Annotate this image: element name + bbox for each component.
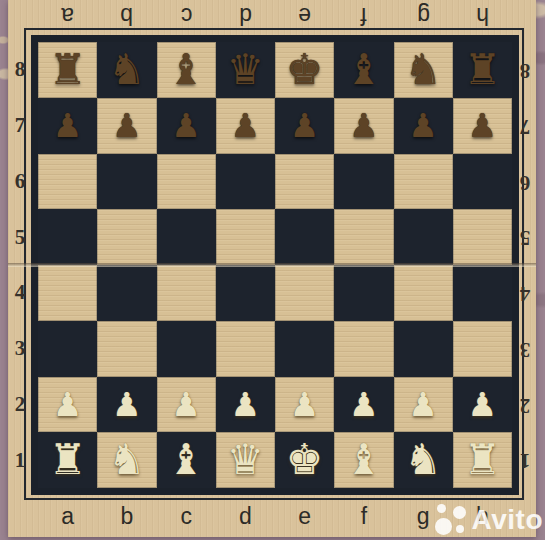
white-queen-piece[interactable]: ♛: [227, 439, 265, 481]
file-label-top-e: e: [275, 2, 334, 29]
square-b2[interactable]: ♟: [97, 377, 156, 433]
square-a6[interactable]: [38, 154, 97, 210]
square-c7[interactable]: ♟: [157, 98, 216, 154]
square-h8[interactable]: ♜: [453, 42, 512, 98]
white-pawn-piece[interactable]: ♟: [349, 388, 379, 421]
square-b6[interactable]: [97, 154, 156, 210]
square-b4[interactable]: [97, 265, 156, 321]
square-b5[interactable]: [97, 209, 156, 265]
file-label-bottom-f: f: [334, 503, 393, 530]
chess-board: ♜♞♝♛♚♝♞♜♟♟♟♟♟♟♟♟♟♟♟♟♟♟♟♟♜♞♝♛♚♝♞♜ abcdefg…: [8, 0, 536, 537]
rank-label-right-7: 7: [514, 98, 536, 154]
square-f8[interactable]: ♝: [334, 42, 393, 98]
square-f4[interactable]: [334, 265, 393, 321]
black-pawn-piece[interactable]: ♟: [468, 109, 498, 142]
square-a5[interactable]: [38, 209, 97, 265]
rank-label-right-1: 1: [514, 432, 536, 488]
square-g3[interactable]: [394, 321, 453, 377]
rank-label-left-6: 6: [8, 154, 32, 210]
square-f1[interactable]: ♝: [334, 432, 393, 488]
square-f6[interactable]: [334, 154, 393, 210]
rank-label-right-3: 3: [514, 321, 536, 377]
rank-label-left-1: 1: [8, 432, 32, 488]
square-h7[interactable]: ♟: [453, 98, 512, 154]
square-e4[interactable]: [275, 265, 334, 321]
square-a7[interactable]: ♟: [38, 98, 97, 154]
square-d7[interactable]: ♟: [216, 98, 275, 154]
black-queen-piece[interactable]: ♛: [227, 49, 265, 91]
square-a8[interactable]: ♜: [38, 42, 97, 98]
square-f7[interactable]: ♟: [334, 98, 393, 154]
file-label-bottom-g: g: [394, 503, 453, 530]
square-g5[interactable]: [394, 209, 453, 265]
black-king-piece[interactable]: ♚: [286, 49, 324, 91]
square-c4[interactable]: [157, 265, 216, 321]
square-e7[interactable]: ♟: [275, 98, 334, 154]
white-pawn-piece[interactable]: ♟: [231, 388, 261, 421]
square-d4[interactable]: [216, 265, 275, 321]
black-pawn-piece[interactable]: ♟: [231, 109, 261, 142]
white-pawn-piece[interactable]: ♟: [468, 388, 498, 421]
white-knight-piece[interactable]: ♞: [108, 439, 146, 481]
file-label-top-f: f: [334, 2, 393, 29]
rank-label-left-2: 2: [8, 377, 32, 433]
square-c1[interactable]: ♝: [157, 432, 216, 488]
file-labels-bottom: abcdefgh: [38, 503, 512, 530]
white-pawn-piece[interactable]: ♟: [53, 388, 83, 421]
black-pawn-piece[interactable]: ♟: [112, 109, 142, 142]
rank-label-left-4: 4: [8, 265, 32, 321]
square-d2[interactable]: ♟: [216, 377, 275, 433]
white-rook-piece[interactable]: ♜: [464, 439, 502, 481]
square-g7[interactable]: ♟: [394, 98, 453, 154]
square-c5[interactable]: [157, 209, 216, 265]
square-e5[interactable]: [275, 209, 334, 265]
square-d8[interactable]: ♛: [216, 42, 275, 98]
file-label-bottom-e: e: [275, 503, 334, 530]
square-g4[interactable]: [394, 265, 453, 321]
file-label-top-h: h: [453, 2, 512, 29]
square-a4[interactable]: [38, 265, 97, 321]
square-c3[interactable]: [157, 321, 216, 377]
square-h5[interactable]: [453, 209, 512, 265]
rank-labels-right: 87654321: [514, 42, 536, 488]
square-f2[interactable]: ♟: [334, 377, 393, 433]
square-d5[interactable]: [216, 209, 275, 265]
square-e2[interactable]: ♟: [275, 377, 334, 433]
square-b3[interactable]: [97, 321, 156, 377]
square-a1[interactable]: ♜: [38, 432, 97, 488]
file-label-bottom-c: c: [157, 503, 216, 530]
black-knight-piece[interactable]: ♞: [404, 49, 442, 91]
square-g1[interactable]: ♞: [394, 432, 453, 488]
square-c8[interactable]: ♝: [157, 42, 216, 98]
square-e3[interactable]: [275, 321, 334, 377]
square-e8[interactable]: ♚: [275, 42, 334, 98]
rank-label-right-5: 5: [514, 209, 536, 265]
white-pawn-piece[interactable]: ♟: [112, 388, 142, 421]
square-g6[interactable]: [394, 154, 453, 210]
square-d1[interactable]: ♛: [216, 432, 275, 488]
black-pawn-piece[interactable]: ♟: [171, 109, 201, 142]
file-label-top-b: b: [97, 2, 156, 29]
white-pawn-piece[interactable]: ♟: [171, 388, 201, 421]
black-pawn-piece[interactable]: ♟: [408, 109, 438, 142]
black-knight-piece[interactable]: ♞: [108, 49, 146, 91]
file-label-bottom-b: b: [97, 503, 156, 530]
square-h6[interactable]: [453, 154, 512, 210]
square-f5[interactable]: [334, 209, 393, 265]
square-e6[interactable]: [275, 154, 334, 210]
square-a2[interactable]: ♟: [38, 377, 97, 433]
black-pawn-piece[interactable]: ♟: [290, 109, 320, 142]
square-b7[interactable]: ♟: [97, 98, 156, 154]
rank-label-right-6: 6: [514, 154, 536, 210]
black-rook-piece[interactable]: ♜: [49, 49, 87, 91]
square-e1[interactable]: ♚: [275, 432, 334, 488]
file-label-top-d: d: [216, 2, 275, 29]
square-f3[interactable]: [334, 321, 393, 377]
white-bishop-piece[interactable]: ♝: [345, 439, 383, 481]
rank-label-left-7: 7: [8, 98, 32, 154]
white-pawn-piece[interactable]: ♟: [290, 388, 320, 421]
rank-label-left-3: 3: [8, 321, 32, 377]
board-frame: ♜♞♝♛♚♝♞♜♟♟♟♟♟♟♟♟♟♟♟♟♟♟♟♟♜♞♝♛♚♝♞♜: [31, 35, 519, 495]
rank-label-left-8: 8: [8, 42, 32, 98]
file-label-bottom-a: a: [38, 503, 97, 530]
square-g2[interactable]: ♟: [394, 377, 453, 433]
white-bishop-piece[interactable]: ♝: [167, 439, 205, 481]
rank-label-right-4: 4: [514, 265, 536, 321]
rank-label-right-2: 2: [514, 377, 536, 433]
rank-labels-left: 87654321: [8, 42, 32, 488]
square-c6[interactable]: [157, 154, 216, 210]
black-pawn-piece[interactable]: ♟: [53, 109, 83, 142]
white-rook-piece[interactable]: ♜: [49, 439, 87, 481]
square-c2[interactable]: ♟: [157, 377, 216, 433]
white-knight-piece[interactable]: ♞: [404, 439, 442, 481]
square-h1[interactable]: ♜: [453, 432, 512, 488]
file-label-top-g: g: [394, 2, 453, 29]
black-bishop-piece[interactable]: ♝: [167, 49, 205, 91]
rank-label-left-5: 5: [8, 209, 32, 265]
white-pawn-piece[interactable]: ♟: [408, 388, 438, 421]
white-king-piece[interactable]: ♚: [286, 439, 324, 481]
black-rook-piece[interactable]: ♜: [464, 49, 502, 91]
square-b1[interactable]: ♞: [97, 432, 156, 488]
black-pawn-piece[interactable]: ♟: [349, 109, 379, 142]
square-b8[interactable]: ♞: [97, 42, 156, 98]
square-h2[interactable]: ♟: [453, 377, 512, 433]
square-h4[interactable]: [453, 265, 512, 321]
square-d3[interactable]: [216, 321, 275, 377]
file-label-top-a: a: [38, 2, 97, 29]
rank-label-right-8: 8: [514, 42, 536, 98]
square-d6[interactable]: [216, 154, 275, 210]
square-g8[interactable]: ♞: [394, 42, 453, 98]
file-label-bottom-h: h: [453, 503, 512, 530]
black-bishop-piece[interactable]: ♝: [345, 49, 383, 91]
file-label-top-c: c: [157, 2, 216, 29]
file-label-bottom-d: d: [216, 503, 275, 530]
square-a3[interactable]: [38, 321, 97, 377]
square-h3[interactable]: [453, 321, 512, 377]
chess-board-grid: ♜♞♝♛♚♝♞♜♟♟♟♟♟♟♟♟♟♟♟♟♟♟♟♟♜♞♝♛♚♝♞♜: [38, 42, 512, 488]
file-labels-top: abcdefgh: [38, 2, 512, 29]
